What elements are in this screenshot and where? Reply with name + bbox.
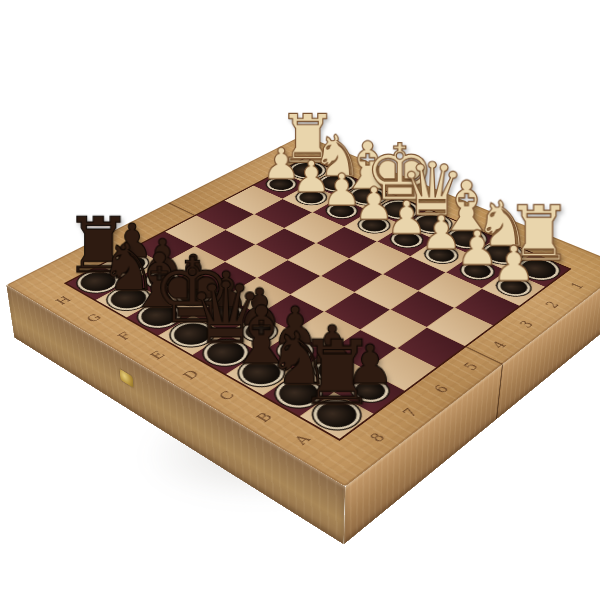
scene: ♜♞♝♛♚♝♞♜♟♟♟♟♟♟♟♟♟♟♟♟♟♟♟♟♜♞♝♛♚♝♞♜ HGFEDCB… (0, 0, 600, 600)
fold-seam-wall (496, 364, 503, 420)
pawn-glyph: ♟ (492, 242, 536, 288)
rook-glyph: ♜ (297, 331, 376, 415)
brass-clasp-icon (120, 369, 134, 388)
